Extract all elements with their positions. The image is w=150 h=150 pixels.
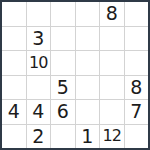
cell-r1c2[interactable] xyxy=(51,27,75,51)
cell-r4c2[interactable]: 6 xyxy=(51,100,75,124)
cell-r2c1[interactable]: 10 xyxy=(27,51,51,75)
cell-r3c1[interactable] xyxy=(27,76,51,100)
cell-r0c3[interactable] xyxy=(76,2,100,26)
cell-r5c4[interactable]: 12 xyxy=(100,125,124,149)
puzzle-board: 83105844672112 xyxy=(0,0,150,150)
cell-r1c4[interactable] xyxy=(100,27,124,51)
cell-r5c2[interactable] xyxy=(51,125,75,149)
cell-r0c4[interactable]: 8 xyxy=(100,2,124,26)
cell-r3c5[interactable]: 8 xyxy=(125,76,149,100)
cell-r5c0[interactable] xyxy=(2,125,26,149)
cell-r2c5[interactable] xyxy=(125,51,149,75)
cell-r1c5[interactable] xyxy=(125,27,149,51)
cell-r5c3[interactable]: 1 xyxy=(76,125,100,149)
cell-r0c1[interactable] xyxy=(27,2,51,26)
cell-r0c5[interactable] xyxy=(125,2,149,26)
cell-r3c0[interactable] xyxy=(2,76,26,100)
cell-r3c2[interactable]: 5 xyxy=(51,76,75,100)
cell-r2c2[interactable] xyxy=(51,51,75,75)
cell-r0c0[interactable] xyxy=(2,2,26,26)
cell-r4c5[interactable]: 7 xyxy=(125,100,149,124)
cell-r4c4[interactable] xyxy=(100,100,124,124)
cell-r4c3[interactable] xyxy=(76,100,100,124)
cell-r4c0[interactable]: 4 xyxy=(2,100,26,124)
cell-r0c2[interactable] xyxy=(51,2,75,26)
cell-r5c1[interactable]: 2 xyxy=(27,125,51,149)
cell-r1c0[interactable] xyxy=(2,27,26,51)
cell-r1c1[interactable]: 3 xyxy=(27,27,51,51)
cell-r3c3[interactable] xyxy=(76,76,100,100)
cell-r1c3[interactable] xyxy=(76,27,100,51)
cell-r3c4[interactable] xyxy=(100,76,124,100)
cell-r2c3[interactable] xyxy=(76,51,100,75)
cell-r2c0[interactable] xyxy=(2,51,26,75)
cell-r5c5[interactable] xyxy=(125,125,149,149)
cell-r2c4[interactable] xyxy=(100,51,124,75)
cell-r4c1[interactable]: 4 xyxy=(27,100,51,124)
